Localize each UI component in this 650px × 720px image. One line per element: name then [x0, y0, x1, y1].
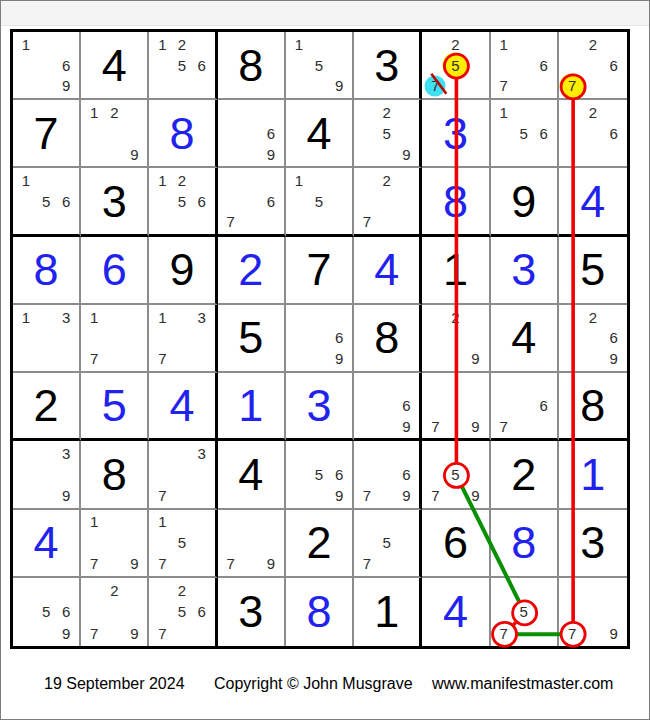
- cell-r9c8[interactable]: 57: [491, 578, 559, 646]
- cell-r4c3[interactable]: 9: [149, 237, 217, 305]
- cell-r6c9[interactable]: 8: [559, 373, 627, 441]
- pencil-mark: [583, 348, 604, 369]
- cell-r2c8[interactable]: 156: [491, 100, 559, 168]
- pencil-mark: 5: [309, 191, 329, 211]
- solved-digit: 4: [34, 520, 59, 565]
- pencil-mark: 9: [397, 485, 417, 506]
- cell-r9c1[interactable]: 569: [13, 578, 81, 646]
- pencil-mark: 7: [494, 75, 514, 96]
- pencil-mark: [494, 396, 514, 416]
- pencil-mark: 9: [397, 416, 417, 436]
- pencil-mark: [357, 396, 377, 416]
- pencil-mark: [36, 623, 56, 644]
- cell-r4c1[interactable]: 8: [13, 237, 81, 305]
- pencil-mark: 1: [152, 34, 172, 55]
- pencil-mark: 6: [534, 123, 554, 144]
- pencil-mark: 7: [84, 623, 104, 644]
- pencil-mark: 6: [603, 123, 624, 144]
- pencil-mark: 6: [56, 55, 76, 76]
- pencil-mark: [583, 75, 604, 96]
- pencil-mark: [16, 464, 36, 485]
- pencil-mark: 2: [172, 580, 192, 601]
- pencil-mark: [84, 144, 104, 165]
- pencil-mark: [603, 307, 624, 328]
- cell-r7c9[interactable]: 1: [559, 441, 627, 509]
- pencil-mark: 6: [397, 396, 417, 416]
- pencil-mark: [152, 580, 172, 601]
- pencil-mark: [84, 601, 104, 622]
- pencil-mark: [16, 191, 36, 211]
- cell-r5c7[interactable]: 29: [422, 305, 490, 373]
- cell-r3c2[interactable]: 3: [81, 168, 149, 236]
- pencil-mark: [425, 443, 445, 464]
- pencil-mark: 6: [192, 55, 212, 76]
- pencil-mark: [192, 532, 212, 553]
- cell-r3c5[interactable]: 15: [286, 168, 354, 236]
- pencil-mark: [397, 170, 417, 190]
- pencil-mark: [357, 443, 377, 464]
- cell-r4c9[interactable]: 5: [559, 237, 627, 305]
- pencil-mark: [514, 580, 534, 601]
- pencil-mark: [465, 375, 485, 395]
- pencil-mark: [562, 328, 583, 349]
- pencil-mark: [425, 34, 445, 55]
- pencil-mark: 6: [397, 464, 417, 485]
- pencil-mark: 3: [56, 307, 76, 328]
- pencil-mark: [329, 443, 349, 464]
- pencil-mark: 1: [84, 307, 104, 328]
- pencil-mark: 6: [534, 55, 554, 76]
- pencil-mark: [152, 211, 172, 231]
- cell-r8c9[interactable]: 3: [559, 510, 627, 578]
- pencil-mark: [16, 443, 36, 464]
- pencil-mark: [357, 170, 377, 190]
- pencil-mark: [465, 396, 485, 416]
- pencil-mark: [377, 396, 397, 416]
- pencil-mark: 7: [562, 75, 583, 96]
- pencil-mark: 5: [445, 55, 465, 76]
- pencil-mark: [172, 485, 192, 506]
- pencil-mark: 9: [465, 348, 485, 369]
- pencil-mark: 7: [221, 211, 241, 231]
- pencil-mark: [377, 416, 397, 436]
- cell-r6c8[interactable]: 67: [491, 373, 559, 441]
- footer-date: 19 September 2024: [44, 675, 185, 692]
- pencil-mark: 7: [425, 485, 445, 506]
- pencil-mark: 6: [56, 191, 76, 211]
- solved-digit: 8: [511, 520, 536, 565]
- pencil-mark: [377, 191, 397, 211]
- pencil-mark: [172, 443, 192, 464]
- pencil-mark: 9: [397, 144, 417, 165]
- cell-r4c2[interactable]: 6: [81, 237, 149, 305]
- pencil-mark: [192, 553, 212, 574]
- pencil-mark: 5: [309, 55, 329, 76]
- cell-r8c3[interactable]: 157: [149, 510, 217, 578]
- pencil-mark: [36, 55, 56, 76]
- cell-r1c8[interactable]: 167: [491, 32, 559, 100]
- given-digit: 7: [306, 247, 331, 292]
- solved-digit: 8: [34, 247, 59, 292]
- cell-r8c5[interactable]: 2: [286, 510, 354, 578]
- pencil-mark: [241, 123, 261, 144]
- pencil-mark: [397, 123, 417, 144]
- pencil-mark: 9: [329, 348, 349, 369]
- pencil-mark: [445, 375, 465, 395]
- pencil-mark: [357, 191, 377, 211]
- given-digit: 8: [580, 383, 605, 428]
- cell-r1c6[interactable]: 3: [354, 32, 422, 100]
- pencil-mark: [445, 443, 465, 464]
- solved-digit: 4: [374, 247, 399, 292]
- pencil-mark: [172, 307, 192, 328]
- pencil-mark: 2: [583, 34, 604, 55]
- pencil-mark: 7: [152, 485, 172, 506]
- cell-r1c7[interactable]: 257: [422, 32, 490, 100]
- pencil-mark: 1: [494, 102, 514, 123]
- pencil-mark: 1: [152, 170, 172, 190]
- pencil-mark: [172, 553, 192, 574]
- pencil-mark: [514, 416, 534, 436]
- cell-r7c5[interactable]: 569: [286, 441, 354, 509]
- given-digit: 2: [34, 383, 59, 428]
- pencil-mark: [445, 396, 465, 416]
- cell-r7c6[interactable]: 679: [354, 441, 422, 509]
- pencil-mark: [514, 34, 534, 55]
- pencil-mark: [534, 75, 554, 96]
- cell-r9c5[interactable]: 8: [286, 578, 354, 646]
- pencil-mark: [562, 580, 583, 601]
- cell-r6c5[interactable]: 3: [286, 373, 354, 441]
- pencil-mark: [377, 485, 397, 506]
- pencil-mark: [309, 443, 329, 464]
- solved-digit: 3: [511, 247, 536, 292]
- given-digit: 3: [238, 589, 263, 634]
- given-digit: 6: [443, 520, 468, 565]
- pencil-mark: [357, 512, 377, 533]
- pencil-mark: 2: [583, 307, 604, 328]
- cell-r8c8[interactable]: 8: [491, 510, 559, 578]
- pencil-mark: 5: [445, 464, 465, 485]
- pencil-mark: [514, 375, 534, 395]
- cell-r7c1[interactable]: 39: [13, 441, 81, 509]
- pencil-mark: [124, 532, 144, 553]
- pencil-mark: [583, 123, 604, 144]
- cell-r7c2[interactable]: 8: [81, 441, 149, 509]
- pencil-mark: [192, 75, 212, 96]
- pencil-mark: [397, 443, 417, 464]
- cell-r2c3[interactable]: 8: [149, 100, 217, 168]
- cell-r2c6[interactable]: 259: [354, 100, 422, 168]
- sudoku-board: 1694125681593257167267712986942593156261…: [10, 29, 630, 649]
- pencil-mark: 5: [309, 464, 329, 485]
- pencil-mark: [192, 34, 212, 55]
- pencil-mark: 2: [172, 34, 192, 55]
- pencil-mark: [309, 348, 329, 369]
- cell-r2c5[interactable]: 4: [286, 100, 354, 168]
- pencil-mark: [124, 328, 144, 349]
- cell-r5c5[interactable]: 69: [286, 305, 354, 373]
- pencil-mark: [221, 191, 241, 211]
- pencil-mark: [104, 328, 124, 349]
- given-digit: 8: [238, 43, 263, 88]
- pencil-mark: 1: [16, 307, 36, 328]
- pencil-mark: [445, 416, 465, 436]
- pencil-mark: [534, 375, 554, 395]
- pencil-mark: 1: [152, 512, 172, 533]
- pencil-mark: [329, 170, 349, 190]
- pencil-mark: [84, 580, 104, 601]
- cell-r8c6[interactable]: 57: [354, 510, 422, 578]
- pencil-mark: 1: [289, 34, 309, 55]
- pencil-mark: [241, 170, 261, 190]
- cell-r5c1[interactable]: 13: [13, 305, 81, 373]
- pencil-mark: [192, 580, 212, 601]
- cell-r8c7[interactable]: 6: [422, 510, 490, 578]
- cell-r3c8[interactable]: 9: [491, 168, 559, 236]
- pencil-mark: [445, 75, 465, 96]
- pencil-mark: [357, 532, 377, 553]
- pencil-mark: 6: [329, 328, 349, 349]
- pencil-mark: [377, 464, 397, 485]
- pencil-mark: [172, 512, 192, 533]
- cell-r7c8[interactable]: 2: [491, 441, 559, 509]
- pencil-mark: 9: [465, 416, 485, 436]
- solved-digit: 5: [102, 383, 127, 428]
- pencil-mark: 9: [56, 623, 76, 644]
- given-digit: 2: [511, 452, 536, 497]
- cell-r4c5[interactable]: 7: [286, 237, 354, 305]
- pencil-mark: [289, 55, 309, 76]
- cell-r1c1[interactable]: 169: [13, 32, 81, 100]
- pencil-mark: [56, 170, 76, 190]
- cell-r2c4[interactable]: 69: [218, 100, 286, 168]
- pencil-mark: [309, 75, 329, 96]
- pencil-mark: [172, 328, 192, 349]
- pencil-mark: [377, 553, 397, 574]
- pencil-mark: [329, 307, 349, 328]
- pencil-mark: [84, 532, 104, 553]
- solved-digit: 3: [443, 111, 468, 156]
- cell-r2c9[interactable]: 26: [559, 100, 627, 168]
- pencil-mark: [152, 443, 172, 464]
- pencil-mark: 5: [36, 601, 56, 622]
- given-digit: 9: [170, 247, 195, 292]
- pencil-mark: [397, 532, 417, 553]
- cell-r4c4[interactable]: 2: [218, 237, 286, 305]
- cell-r7c3[interactable]: 37: [149, 441, 217, 509]
- cell-r3c9[interactable]: 4: [559, 168, 627, 236]
- pencil-mark: 6: [603, 328, 624, 349]
- cell-r9c6[interactable]: 1: [354, 578, 422, 646]
- pencil-mark: 2: [377, 102, 397, 123]
- pencil-mark: [494, 55, 514, 76]
- cell-r1c9[interactable]: 267: [559, 32, 627, 100]
- footer-website-link[interactable]: www.manifestmaster.com: [432, 675, 613, 692]
- pencil-mark: [289, 348, 309, 369]
- pencil-mark: 7: [152, 553, 172, 574]
- pencil-mark: 5: [377, 532, 397, 553]
- cell-r9c2[interactable]: 279: [81, 578, 149, 646]
- pencil-mark: 7: [562, 623, 583, 644]
- pencil-mark: 7: [357, 553, 377, 574]
- pencil-mark: [36, 580, 56, 601]
- pencil-mark: [104, 123, 124, 144]
- cell-r1c2[interactable]: 4: [81, 32, 149, 100]
- cell-r2c2[interactable]: 129: [81, 100, 149, 168]
- cell-r5c4[interactable]: 5: [218, 305, 286, 373]
- pencil-mark: [425, 396, 445, 416]
- pencil-mark: [465, 443, 485, 464]
- cell-r3c7[interactable]: 8: [422, 168, 490, 236]
- given-digit: 4: [102, 43, 127, 88]
- cell-r5c6[interactable]: 8: [354, 305, 422, 373]
- cell-r1c3[interactable]: 1256: [149, 32, 217, 100]
- pencil-mark: 7: [494, 623, 514, 644]
- pencil-mark: [357, 123, 377, 144]
- cell-r9c7[interactable]: 4: [422, 578, 490, 646]
- pencil-mark: [329, 55, 349, 76]
- solved-digit: 6: [102, 247, 127, 292]
- pencil-mark: [329, 34, 349, 55]
- solved-digit: 8: [170, 111, 195, 156]
- pencil-mark: [16, 348, 36, 369]
- pencil-mark: [603, 75, 624, 96]
- pencil-mark: [425, 348, 445, 369]
- solved-digit: 4: [443, 589, 468, 634]
- cell-r2c1[interactable]: 7: [13, 100, 81, 168]
- cell-r5c3[interactable]: 137: [149, 305, 217, 373]
- given-digit: 4: [238, 452, 263, 497]
- pencil-mark: 9: [329, 485, 349, 506]
- pencil-mark: [397, 211, 417, 231]
- pencil-mark: [56, 328, 76, 349]
- cell-r1c4[interactable]: 8: [218, 32, 286, 100]
- pencil-mark: [603, 34, 624, 55]
- pencil-mark: [583, 623, 604, 644]
- given-digit: 3: [580, 520, 605, 565]
- given-digit: 5: [238, 315, 263, 360]
- cell-r5c8[interactable]: 4: [491, 305, 559, 373]
- cell-r5c2[interactable]: 17: [81, 305, 149, 373]
- cell-r7c4[interactable]: 4: [218, 441, 286, 509]
- cell-r4c6[interactable]: 4: [354, 237, 422, 305]
- cell-r7c7[interactable]: 579: [422, 441, 490, 509]
- pencil-mark: [241, 211, 261, 231]
- pencil-mark: [309, 485, 329, 506]
- pencil-mark: 3: [192, 443, 212, 464]
- cell-r5c9[interactable]: 269: [559, 305, 627, 373]
- cell-r4c7[interactable]: 1: [422, 237, 490, 305]
- cell-r6c3[interactable]: 4: [149, 373, 217, 441]
- pencil-mark: 1: [16, 170, 36, 190]
- pencil-mark: [261, 102, 281, 123]
- pencil-mark: [192, 464, 212, 485]
- given-digit: 8: [102, 452, 127, 497]
- pencil-mark: [562, 601, 583, 622]
- cell-r6c7[interactable]: 79: [422, 373, 490, 441]
- pencil-mark: [494, 123, 514, 144]
- pencil-mark: [534, 102, 554, 123]
- pencil-mark: [562, 348, 583, 369]
- pencil-mark: [445, 328, 465, 349]
- pencil-mark: 5: [36, 191, 56, 211]
- cell-r8c1[interactable]: 4: [13, 510, 81, 578]
- solved-digit: 3: [306, 383, 331, 428]
- pencil-mark: [124, 123, 144, 144]
- cell-r9c4[interactable]: 3: [218, 578, 286, 646]
- pencil-mark: 7: [357, 485, 377, 506]
- pencil-mark: [465, 307, 485, 328]
- pencil-mark: [329, 211, 349, 231]
- pencil-mark: [357, 102, 377, 123]
- pencil-mark: [104, 348, 124, 369]
- pencil-mark: [583, 328, 604, 349]
- pencil-mark: [16, 55, 36, 76]
- pencil-mark: [192, 512, 212, 533]
- pencil-mark: [104, 307, 124, 328]
- pencil-mark: [152, 191, 172, 211]
- pencil-mark: [534, 601, 554, 622]
- pencil-mark: [152, 75, 172, 96]
- cell-r4c8[interactable]: 3: [491, 237, 559, 305]
- pencil-mark: [309, 328, 329, 349]
- cell-r2c7[interactable]: 3: [422, 100, 490, 168]
- pencil-mark: [221, 102, 241, 123]
- pencil-mark: [221, 532, 241, 553]
- cell-r6c2[interactable]: 5: [81, 373, 149, 441]
- pencil-mark: [377, 144, 397, 165]
- pencil-mark: 2: [104, 580, 124, 601]
- pencil-mark: [425, 307, 445, 328]
- pencil-mark: [16, 328, 36, 349]
- pencil-mark: 1: [289, 170, 309, 190]
- cell-r8c2[interactable]: 179: [81, 510, 149, 578]
- cell-r3c1[interactable]: 156: [13, 168, 81, 236]
- pencil-mark: [104, 623, 124, 644]
- pencil-mark: 9: [465, 485, 485, 506]
- pencil-mark: [562, 307, 583, 328]
- pencil-mark: [465, 55, 485, 76]
- pencil-mark: [425, 375, 445, 395]
- pencil-mark: [397, 191, 417, 211]
- cell-r3c3[interactable]: 1256: [149, 168, 217, 236]
- pencil-mark: 6: [56, 601, 76, 622]
- pencil-mark: 1: [16, 34, 36, 55]
- pencil-mark: 7: [84, 553, 104, 574]
- cell-r1c5[interactable]: 159: [286, 32, 354, 100]
- pencil-mark: 2: [445, 34, 465, 55]
- cell-r8c4[interactable]: 79: [218, 510, 286, 578]
- pencil-mark: [494, 144, 514, 165]
- cell-r9c9[interactable]: 79: [559, 578, 627, 646]
- cell-r3c4[interactable]: 67: [218, 168, 286, 236]
- cell-r6c1[interactable]: 2: [13, 373, 81, 441]
- pencil-mark: [16, 485, 36, 506]
- cell-r3c6[interactable]: 27: [354, 168, 422, 236]
- pencil-mark: 6: [603, 55, 624, 76]
- pencil-mark: [56, 211, 76, 231]
- cell-r6c6[interactable]: 69: [354, 373, 422, 441]
- pencil-mark: 2: [104, 102, 124, 123]
- cell-r9c3[interactable]: 2567: [149, 578, 217, 646]
- top-strip: [1, 1, 649, 26]
- cell-r6c4[interactable]: 1: [218, 373, 286, 441]
- pencil-mark: [494, 601, 514, 622]
- pencil-mark: 7: [152, 348, 172, 369]
- pencil-mark: [289, 328, 309, 349]
- pencil-mark: [534, 580, 554, 601]
